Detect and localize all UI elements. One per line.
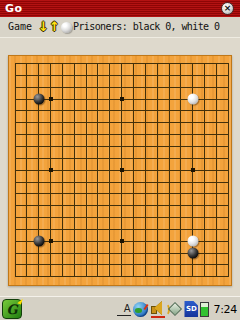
grid-line-h [15,182,229,183]
taskbar: G skk: ▲ A SD 7:24 [0,296,240,320]
speaker-icon[interactable] [150,300,166,318]
stone-black-Q3 [187,248,198,259]
menu-bar: Game ↓ ↑ Prisoners: black 0, white 0 [0,17,240,38]
star-point-K4 [120,239,124,243]
grid-line-v [133,63,134,277]
go-app-icon[interactable]: G [2,299,22,319]
grid-line-v [204,63,205,277]
grid-line-v [228,63,229,277]
grid-line-v [169,63,170,277]
grid-line-v [216,63,217,277]
grid-line-v [157,63,158,277]
grid-line-h [15,205,229,206]
input-mode-indicator[interactable]: A [117,303,132,316]
globe-tick [144,303,149,309]
close-button[interactable]: × [221,2,234,15]
star-point-D10 [49,168,53,172]
stone-black-C4 [33,236,44,247]
stone-white-Q16 [187,94,198,105]
memory-card-diamond-icon [168,302,182,316]
taskbar-clock: 7:24 [213,303,237,316]
title-bar: Go × [0,0,240,17]
stone-white-Q4 [187,236,198,247]
star-point-Q10 [191,168,195,172]
grid-line-h [15,217,229,218]
star-point-K10 [120,168,124,172]
menu-item-game[interactable]: Game [8,21,32,32]
device-screen: Go × Game ↓ ↑ Prisoners: black 0, white … [0,0,240,320]
undo-down-arrow-icon[interactable]: ↓ [38,19,49,34]
grid-line-v [180,63,181,277]
battery-icon [200,302,209,317]
app-icon-letter: G [6,302,17,317]
white-to-move-stone-icon [61,22,72,33]
sd-card-icon: SD [184,301,198,317]
grid-line-h [15,229,229,230]
go-board[interactable] [8,55,232,286]
grid-line-v [145,63,146,277]
star-point-D16 [49,97,53,101]
system-tray: A SD 7:24 [117,297,239,320]
grid-line-h [15,193,229,194]
app-icon-spark [17,298,23,305]
star-point-D4 [49,239,53,243]
prisoners-status: Prisoners: black 0, white 0 [73,21,219,32]
grid-line-h [15,276,229,277]
redo-up-arrow-icon[interactable]: ↑ [49,19,60,34]
close-icon: × [224,4,232,13]
sd-card-label: SD [186,305,197,313]
speaker-red-bar [151,316,165,318]
window-title: Go [5,2,23,15]
network-globe-icon[interactable] [133,302,148,317]
globe-land [135,308,142,313]
grid-line-h [15,264,229,265]
star-point-K16 [120,97,124,101]
stone-black-C16 [33,94,44,105]
